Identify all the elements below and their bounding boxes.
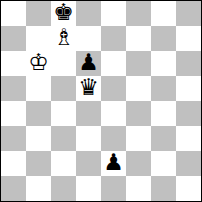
square-d4[interactable]	[76, 101, 101, 126]
square-g6[interactable]	[151, 51, 176, 76]
square-c5[interactable]	[51, 76, 76, 101]
square-b5[interactable]	[26, 76, 51, 101]
square-b6[interactable]: ♔	[26, 51, 51, 76]
square-c8[interactable]: ♚	[51, 1, 76, 26]
piece-black-pawn: ♟	[78, 50, 99, 75]
square-g3[interactable]	[151, 126, 176, 151]
square-f3[interactable]	[126, 126, 151, 151]
square-d8[interactable]	[76, 1, 101, 26]
square-d3[interactable]	[76, 126, 101, 151]
square-e2[interactable]: ♟	[101, 151, 126, 176]
square-a2[interactable]	[1, 151, 26, 176]
square-a8[interactable]	[1, 1, 26, 26]
square-g5[interactable]	[151, 76, 176, 101]
square-c4[interactable]	[51, 101, 76, 126]
square-a3[interactable]	[1, 126, 26, 151]
square-h8[interactable]	[176, 1, 201, 26]
square-g7[interactable]	[151, 26, 176, 51]
square-d2[interactable]	[76, 151, 101, 176]
square-f5[interactable]	[126, 76, 151, 101]
square-a6[interactable]	[1, 51, 26, 76]
piece-black-king: ♚	[53, 0, 74, 25]
piece-white-bishop: ♗	[53, 25, 74, 50]
square-h6[interactable]	[176, 51, 201, 76]
square-d1[interactable]	[76, 176, 101, 201]
square-f1[interactable]	[126, 176, 151, 201]
square-g1[interactable]	[151, 176, 176, 201]
square-h4[interactable]	[176, 101, 201, 126]
square-a5[interactable]	[1, 76, 26, 101]
square-c1[interactable]	[51, 176, 76, 201]
square-f8[interactable]	[126, 1, 151, 26]
square-c6[interactable]	[51, 51, 76, 76]
square-f2[interactable]	[126, 151, 151, 176]
chess-diagram: ♚♗♔♟♛♟	[0, 0, 202, 202]
square-a1[interactable]	[1, 176, 26, 201]
square-c2[interactable]	[51, 151, 76, 176]
square-a7[interactable]	[1, 26, 26, 51]
square-e1[interactable]	[101, 176, 126, 201]
square-b4[interactable]	[26, 101, 51, 126]
piece-black-queen: ♛	[78, 75, 99, 100]
square-e5[interactable]	[101, 76, 126, 101]
square-c3[interactable]	[51, 126, 76, 151]
square-g8[interactable]	[151, 1, 176, 26]
square-d5[interactable]: ♛	[76, 76, 101, 101]
square-h3[interactable]	[176, 126, 201, 151]
square-f6[interactable]	[126, 51, 151, 76]
square-h5[interactable]	[176, 76, 201, 101]
square-h2[interactable]	[176, 151, 201, 176]
chess-board: ♚♗♔♟♛♟	[0, 0, 202, 202]
square-h1[interactable]	[176, 176, 201, 201]
square-b3[interactable]	[26, 126, 51, 151]
square-b2[interactable]	[26, 151, 51, 176]
piece-black-pawn: ♟	[103, 150, 124, 175]
square-e3[interactable]	[101, 126, 126, 151]
square-f7[interactable]	[126, 26, 151, 51]
square-e7[interactable]	[101, 26, 126, 51]
square-d6[interactable]: ♟	[76, 51, 101, 76]
square-b1[interactable]	[26, 176, 51, 201]
square-f4[interactable]	[126, 101, 151, 126]
square-g4[interactable]	[151, 101, 176, 126]
square-h7[interactable]	[176, 26, 201, 51]
square-d7[interactable]	[76, 26, 101, 51]
square-c7[interactable]: ♗	[51, 26, 76, 51]
square-a4[interactable]	[1, 101, 26, 126]
square-b7[interactable]	[26, 26, 51, 51]
piece-white-king: ♔	[28, 50, 49, 75]
square-b8[interactable]	[26, 1, 51, 26]
square-e6[interactable]	[101, 51, 126, 76]
square-e4[interactable]	[101, 101, 126, 126]
square-e8[interactable]	[101, 1, 126, 26]
square-g2[interactable]	[151, 151, 176, 176]
